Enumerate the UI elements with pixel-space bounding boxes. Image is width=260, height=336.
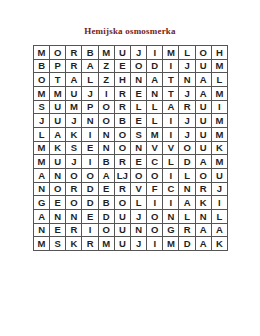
grid-cell: N	[131, 142, 147, 156]
grid-cell: O	[131, 169, 147, 183]
grid-cell: A	[147, 73, 163, 87]
grid-cell: N	[50, 169, 66, 183]
grid-cell: O	[147, 210, 163, 224]
grid-cell: J	[212, 183, 228, 197]
grid-cell: N	[196, 210, 212, 224]
grid-cell: U	[115, 46, 131, 60]
grid-cell: M	[34, 87, 50, 101]
grid-cell: U	[50, 114, 66, 128]
grid-cell: L	[179, 169, 195, 183]
grid-cell: A	[50, 128, 66, 142]
grid-cell: O	[115, 196, 131, 210]
grid-cell: I	[212, 196, 228, 210]
grid-cell: P	[50, 60, 66, 74]
grid-cell: O	[115, 142, 131, 156]
grid-cell: N	[131, 224, 147, 238]
grid-cell: A	[196, 73, 212, 87]
grid-cell: I	[99, 87, 115, 101]
grid-cell: O	[34, 73, 50, 87]
grid-cell: S	[66, 142, 82, 156]
grid-cell: U	[115, 210, 131, 224]
grid-cell: U	[50, 155, 66, 169]
grid-cell: O	[196, 169, 212, 183]
grid-cell: D	[99, 210, 115, 224]
grid-cell: R	[179, 101, 195, 115]
grid-cell: O	[99, 224, 115, 238]
grid-cell: O	[66, 196, 82, 210]
grid-cell: G	[163, 224, 179, 238]
grid-cell: J	[34, 114, 50, 128]
grid-cell: D	[147, 60, 163, 74]
grid-cell: S	[131, 128, 147, 142]
grid-cell: N	[163, 210, 179, 224]
grid-cell: M	[163, 46, 179, 60]
grid-cell: R	[115, 101, 131, 115]
word-search-grid: MORBMUJIMLOHBPRAZEODIJUMOTALZHNATNALMMUJ…	[33, 45, 228, 251]
grid-cell: U	[50, 101, 66, 115]
grid-cell: I	[82, 224, 98, 238]
grid-cell: I	[212, 101, 228, 115]
grid-cell: A	[163, 101, 179, 115]
grid-cell: L	[163, 155, 179, 169]
grid-cell: E	[82, 210, 98, 224]
grid-cell: O	[115, 128, 131, 142]
grid-cell: A	[179, 196, 195, 210]
grid-cell: Z	[99, 60, 115, 74]
grid-cell: B	[99, 196, 115, 210]
grid-cell: M	[212, 114, 228, 128]
grid-cell: E	[115, 60, 131, 74]
grid-cell: E	[131, 87, 147, 101]
grid-cell: I	[82, 155, 98, 169]
grid-cell: E	[82, 142, 98, 156]
grid-cell: N	[99, 128, 115, 142]
grid-cell: B	[115, 114, 131, 128]
grid-cell: M	[34, 142, 50, 156]
grid-cell: J	[179, 60, 195, 74]
grid-cell: K	[66, 237, 82, 251]
grid-cell: M	[163, 237, 179, 251]
grid-cell: N	[179, 183, 195, 197]
grid-cell: N	[34, 224, 50, 238]
grid-cell: L	[212, 210, 228, 224]
grid-cell: A	[212, 224, 228, 238]
grid-cell: V	[163, 142, 179, 156]
grid-cell: R	[66, 224, 82, 238]
grid-cell: O	[99, 101, 115, 115]
grid-cell: I	[147, 46, 163, 60]
grid-cell: K	[50, 142, 66, 156]
grid-cell: V	[131, 183, 147, 197]
grid-cell: M	[34, 155, 50, 169]
grid-cell: J	[179, 128, 195, 142]
grid-cell: F	[147, 183, 163, 197]
grid-cell: M	[212, 155, 228, 169]
grid-cell: B	[99, 155, 115, 169]
grid-cell: Ǉ	[115, 169, 131, 183]
grid-cell: M	[147, 128, 163, 142]
grid-cell: J	[179, 87, 195, 101]
grid-cell: D	[179, 237, 195, 251]
worksheet-page: Hemijska osmosmerka MORBMUJIMLOHBPRAZEOD…	[0, 0, 260, 336]
grid-cell: S	[34, 101, 50, 115]
grid-cell: U	[115, 224, 131, 238]
grid-cell: O	[99, 114, 115, 128]
grid-cell: C	[163, 183, 179, 197]
grid-cell: J	[66, 155, 82, 169]
grid-cell: R	[82, 237, 98, 251]
grid-cell: O	[50, 46, 66, 60]
grid-cell: A	[34, 210, 50, 224]
grid-cell: O	[147, 224, 163, 238]
grid-cell: Z	[99, 73, 115, 87]
grid-cell: E	[131, 114, 147, 128]
grid-cell: D	[82, 183, 98, 197]
grid-cell: H	[115, 73, 131, 87]
grid-cell: S	[50, 237, 66, 251]
grid-cell: E	[131, 155, 147, 169]
grid-cell: U	[196, 114, 212, 128]
grid-cell: U	[212, 169, 228, 183]
grid-cell: L	[179, 46, 195, 60]
grid-cell: E	[50, 196, 66, 210]
grid-cell: J	[131, 46, 147, 60]
grid-cell: G	[34, 196, 50, 210]
grid-cell: R	[66, 183, 82, 197]
puzzle-title: Hemijska osmosmerka	[0, 26, 260, 36]
grid-cell: L	[147, 101, 163, 115]
grid-cell: N	[99, 142, 115, 156]
grid-cell: O	[179, 142, 195, 156]
grid-cell: O	[196, 46, 212, 60]
grid-cell: O	[147, 169, 163, 183]
grid-cell: I	[163, 114, 179, 128]
grid-cell: L	[131, 196, 147, 210]
grid-cell: R	[115, 155, 131, 169]
grid-cell: M	[50, 87, 66, 101]
grid-cell: N	[179, 73, 195, 87]
grid-cell: M	[99, 237, 115, 251]
grid-cell: J	[131, 237, 147, 251]
grid-cell: I	[147, 237, 163, 251]
grid-cell: A	[99, 169, 115, 183]
grid-cell: R	[179, 224, 195, 238]
grid-cell: J	[179, 114, 195, 128]
grid-cell: L	[179, 210, 195, 224]
grid-cell: I	[163, 196, 179, 210]
grid-cell: E	[50, 224, 66, 238]
grid-cell: A	[34, 169, 50, 183]
grid-cell: R	[196, 183, 212, 197]
grid-cell: C	[147, 155, 163, 169]
grid-cell: K	[212, 237, 228, 251]
grid-cell: U	[196, 101, 212, 115]
grid-cell: M	[212, 60, 228, 74]
grid-cell: N	[66, 210, 82, 224]
grid-cell: B	[82, 46, 98, 60]
grid-cell: I	[163, 128, 179, 142]
grid-cell: O	[131, 60, 147, 74]
grid-cell: H	[212, 46, 228, 60]
grid-cell: U	[66, 87, 82, 101]
grid-cell: J	[66, 114, 82, 128]
grid-cell: M	[34, 237, 50, 251]
grid-cell: R	[66, 60, 82, 74]
grid-cell: J	[131, 210, 147, 224]
grid-cell: T	[50, 73, 66, 87]
grid-cell: R	[66, 46, 82, 60]
grid-cell: O	[82, 169, 98, 183]
grid-cell: D	[179, 155, 195, 169]
grid-cell: L	[147, 114, 163, 128]
grid-cell: I	[147, 196, 163, 210]
grid-cell: M	[212, 128, 228, 142]
grid-cell: M	[66, 101, 82, 115]
grid-cell: N	[131, 73, 147, 87]
grid-cell: L	[131, 101, 147, 115]
grid-cell: T	[163, 73, 179, 87]
grid-cell: L	[82, 73, 98, 87]
grid-cell: U	[196, 128, 212, 142]
grid-cell: U	[115, 237, 131, 251]
grid-cell: L	[212, 73, 228, 87]
grid-cell: P	[82, 101, 98, 115]
grid-cell: J	[82, 87, 98, 101]
grid-cell: V	[147, 142, 163, 156]
grid-cell: A	[196, 155, 212, 169]
grid-cell: E	[99, 183, 115, 197]
grid-cell: U	[196, 142, 212, 156]
grid-cell: A	[196, 224, 212, 238]
grid-cell: K	[212, 142, 228, 156]
grid-cell: A	[196, 237, 212, 251]
grid-cell: K	[66, 128, 82, 142]
grid-cell: A	[82, 60, 98, 74]
grid-cell: I	[82, 128, 98, 142]
grid-cell: K	[196, 196, 212, 210]
grid-cell: R	[115, 183, 131, 197]
grid-cell: N	[34, 183, 50, 197]
grid-cell: M	[99, 46, 115, 60]
grid-cell: I	[163, 60, 179, 74]
grid-cell: M	[212, 87, 228, 101]
grid-cell: R	[115, 87, 131, 101]
grid-cell: O	[50, 183, 66, 197]
grid-cell: O	[66, 169, 82, 183]
grid-cell: T	[163, 87, 179, 101]
grid-cell: L	[34, 128, 50, 142]
grid-cell: N	[82, 114, 98, 128]
grid-cell: U	[196, 60, 212, 74]
grid-cell: A	[196, 87, 212, 101]
grid-cell: N	[50, 210, 66, 224]
grid-cell: D	[82, 196, 98, 210]
grid-cell: M	[34, 46, 50, 60]
grid-cell: I	[163, 169, 179, 183]
grid-cell: B	[34, 60, 50, 74]
grid-cell: N	[147, 87, 163, 101]
grid-cell: A	[66, 73, 82, 87]
